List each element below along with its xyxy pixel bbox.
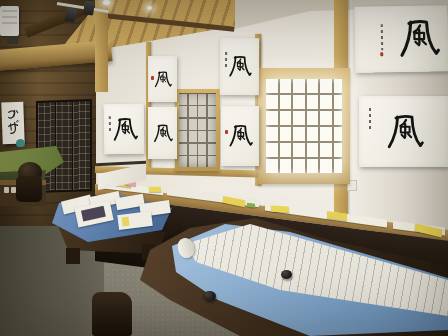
calligraphy-sheet [220, 38, 259, 95]
stump-table-leg [92, 292, 132, 336]
kana-scroll [1, 102, 24, 145]
bench-leg [66, 248, 80, 264]
ceiling-light-glare [147, 6, 152, 10]
stone-paperweight [203, 291, 216, 301]
calligraphy-sheet [148, 107, 177, 159]
ridge-post [95, 0, 108, 92]
green-paper [247, 203, 255, 208]
calligraphy-sheet [221, 106, 259, 166]
air-conditioner [0, 6, 19, 36]
teapot [16, 139, 25, 147]
calligraphy-sheet [148, 56, 177, 102]
calligraphy-sheet-large [354, 5, 448, 73]
calligraphy-sheet [104, 104, 145, 155]
shoji-window-left [175, 89, 220, 171]
yellow-paper [149, 187, 162, 192]
speaker-box [7, 36, 18, 44]
stump-stool [16, 176, 42, 202]
yellow-paper [271, 206, 289, 213]
calligraphy-sheet-large [359, 96, 448, 167]
exhibition-room-photo [0, 0, 448, 336]
spotlight-icon [83, 0, 95, 15]
shoji-window-center [258, 68, 350, 184]
stone-paperweight [281, 270, 292, 279]
ceiling-light-glare [103, 0, 110, 5]
